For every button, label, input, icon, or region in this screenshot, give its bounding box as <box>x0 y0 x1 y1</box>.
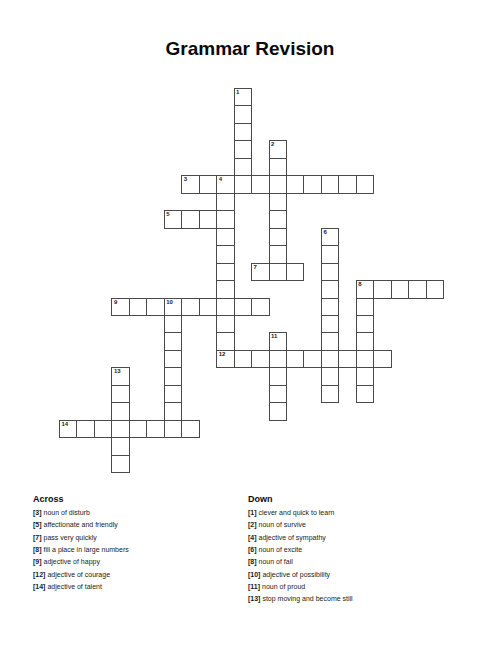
grid-cell-r19c0[interactable]: 14 <box>59 420 77 438</box>
crossword-grid: 1234567891011121314 <box>59 88 445 474</box>
grid-cell-r14c9[interactable] <box>216 332 234 350</box>
clue-number-10: 10 <box>166 299 173 306</box>
grid-cell-r7c6[interactable]: 5 <box>164 210 182 228</box>
worksheet-page: Grammar Revision 1234567891011121314 Acr… <box>0 0 500 647</box>
grid-cell-r12c3[interactable]: 9 <box>111 298 129 316</box>
grid-cell-r12c15[interactable] <box>321 298 339 316</box>
grid-cell-r12c5[interactable] <box>146 298 164 316</box>
grid-cell-r12c7[interactable] <box>181 298 199 316</box>
grid-cell-r10c9[interactable] <box>216 263 234 281</box>
grid-cell-r16c12[interactable] <box>269 367 287 385</box>
clue-number-label: [6] <box>248 546 257 553</box>
grid-cell-r5c15[interactable] <box>321 175 339 193</box>
grid-cell-r13c15[interactable] <box>321 315 339 333</box>
grid-cell-r17c17[interactable] <box>356 385 374 403</box>
grid-cell-r2c10[interactable] <box>234 123 252 141</box>
clue-number-5: 5 <box>166 211 169 218</box>
grid-cell-r3c10[interactable] <box>234 140 252 158</box>
clue-number-13: 13 <box>114 368 121 375</box>
grid-cell-r18c12[interactable] <box>269 402 287 420</box>
grid-cell-r12c9[interactable] <box>216 298 234 316</box>
clue-number-label: [12] <box>33 571 45 578</box>
clue-number-8: 8 <box>358 281 361 288</box>
clue-number-label: [5] <box>33 521 42 528</box>
grid-cell-r1c10[interactable] <box>234 105 252 123</box>
grid-cell-r12c17[interactable] <box>356 298 374 316</box>
grid-cell-r6c12[interactable] <box>269 193 287 211</box>
clue-number-label: [3] <box>33 509 42 516</box>
grid-cell-r15c12[interactable] <box>269 350 287 368</box>
grid-cell-r15c16[interactable] <box>338 350 356 368</box>
grid-cell-r13c9[interactable] <box>216 315 234 333</box>
down-clues-section: Down [1] clever and quick to learn[2] no… <box>248 494 463 606</box>
grid-cell-r7c7[interactable] <box>181 210 199 228</box>
grid-cell-r0c10[interactable]: 1 <box>234 88 252 106</box>
clue-across-8: [8] fill a place in large numbers <box>33 544 248 556</box>
grid-cell-r15c15[interactable] <box>321 350 339 368</box>
clue-number-4: 4 <box>219 176 222 183</box>
grid-cell-r5c7[interactable]: 3 <box>181 175 199 193</box>
clue-across-9: [9] adjective of happy <box>33 556 248 568</box>
clue-number-14: 14 <box>62 421 69 428</box>
grid-cell-r19c2[interactable] <box>94 420 112 438</box>
clue-number-2: 2 <box>271 141 274 148</box>
grid-cell-r4c10[interactable] <box>234 158 252 176</box>
grid-cell-r5c11[interactable] <box>251 175 269 193</box>
clue-number-11: 11 <box>271 333 277 340</box>
clue-number-1: 1 <box>236 89 239 96</box>
grid-cell-r17c12[interactable] <box>269 385 287 403</box>
grid-cell-r10c13[interactable] <box>286 263 304 281</box>
grid-cell-r5c12[interactable] <box>269 175 287 193</box>
clue-across-7: [7] pass very quickly <box>33 532 248 544</box>
grid-cell-r18c3[interactable] <box>111 402 129 420</box>
clue-number-label: [8] <box>248 558 257 565</box>
grid-cell-r8c9[interactable] <box>216 228 234 246</box>
clue-down-13: [13] stop moving and become still <box>248 593 463 605</box>
clue-down-1: [1] clever and quick to learn <box>248 507 463 519</box>
across-clue-list: [3] noun of disturb[5] affectionate and … <box>33 507 248 593</box>
grid-cell-r11c9[interactable] <box>216 280 234 298</box>
grid-cell-r5c8[interactable] <box>199 175 217 193</box>
clue-number-9: 9 <box>114 299 117 306</box>
clue-down-4: [4] adjective of sympathy <box>248 532 463 544</box>
across-header: Across <box>33 494 248 504</box>
grid-cell-r11c20[interactable] <box>408 280 426 298</box>
grid-cell-r5c14[interactable] <box>303 175 321 193</box>
grid-cell-r3c12[interactable]: 2 <box>269 140 287 158</box>
grid-cell-r5c17[interactable] <box>356 175 374 193</box>
grid-cell-r7c12[interactable] <box>269 210 287 228</box>
clue-number-label: [13] <box>248 595 260 602</box>
grid-cell-r12c11[interactable] <box>251 298 269 316</box>
clue-number-label: [14] <box>33 583 45 590</box>
down-header: Down <box>248 494 463 504</box>
grid-cell-r14c12[interactable]: 11 <box>269 332 287 350</box>
grid-cell-r20c3[interactable] <box>111 437 129 455</box>
clue-number-label: [1] <box>248 509 257 516</box>
clue-number-label: [8] <box>33 546 42 553</box>
grid-cell-r10c12[interactable] <box>269 263 287 281</box>
grid-cell-r15c14[interactable] <box>303 350 321 368</box>
grid-cell-r17c6[interactable] <box>164 385 182 403</box>
grid-cell-r5c9[interactable]: 4 <box>216 175 234 193</box>
grid-cell-r9c12[interactable] <box>269 245 287 263</box>
grid-cell-r19c7[interactable] <box>181 420 199 438</box>
clue-number-7: 7 <box>254 264 257 271</box>
down-clue-list: [1] clever and quick to learn[2] noun of… <box>248 507 463 606</box>
grid-cell-r8c12[interactable] <box>269 228 287 246</box>
clue-across-5: [5] affectionate and friendly <box>33 519 248 531</box>
grid-cell-r19c4[interactable] <box>129 420 147 438</box>
grid-cell-r19c6[interactable] <box>164 420 182 438</box>
grid-cell-r15c11[interactable] <box>251 350 269 368</box>
grid-cell-r11c19[interactable] <box>391 280 409 298</box>
clue-number-label: [10] <box>248 571 260 578</box>
grid-cell-r13c17[interactable] <box>356 315 374 333</box>
clue-number-6: 6 <box>323 229 326 236</box>
grid-cell-r15c18[interactable] <box>373 350 391 368</box>
grid-cell-r16c17[interactable] <box>356 367 374 385</box>
grid-cell-r12c4[interactable] <box>129 298 147 316</box>
grid-cell-r12c8[interactable] <box>199 298 217 316</box>
grid-cell-r7c8[interactable] <box>199 210 217 228</box>
grid-cell-r7c9[interactable] <box>216 210 234 228</box>
grid-cell-r12c6[interactable]: 10 <box>164 298 182 316</box>
grid-cell-r18c6[interactable] <box>164 402 182 420</box>
grid-cell-r9c9[interactable] <box>216 245 234 263</box>
clue-number-label: [4] <box>248 534 257 541</box>
grid-cell-r11c17[interactable]: 8 <box>356 280 374 298</box>
grid-cell-r17c3[interactable] <box>111 385 129 403</box>
clue-number-3: 3 <box>184 176 187 183</box>
grid-cell-r19c5[interactable] <box>146 420 164 438</box>
grid-cell-r14c17[interactable] <box>356 332 374 350</box>
clue-number-label: [7] <box>33 534 42 541</box>
clue-down-11: [11] noun of proud <box>248 581 463 593</box>
grid-cell-r9c15[interactable] <box>321 245 339 263</box>
grid-cell-r19c3[interactable] <box>111 420 129 438</box>
grid-cell-r10c11[interactable]: 7 <box>251 263 269 281</box>
across-clues-section: Across [3] noun of disturb[5] affectiona… <box>33 494 248 593</box>
grid-cell-r10c15[interactable] <box>321 263 339 281</box>
clue-down-6: [6] noun of excite <box>248 544 463 556</box>
grid-cell-r16c6[interactable] <box>164 367 182 385</box>
clue-across-12: [12] adjective of courage <box>33 569 248 581</box>
grid-cell-r4c12[interactable] <box>269 158 287 176</box>
page-title: Grammar Revision <box>0 38 500 60</box>
grid-cell-r15c13[interactable] <box>286 350 304 368</box>
grid-cell-r16c15[interactable] <box>321 367 339 385</box>
grid-cell-r8c15[interactable]: 6 <box>321 228 339 246</box>
grid-cell-r15c17[interactable] <box>356 350 374 368</box>
grid-cell-r5c10[interactable] <box>234 175 252 193</box>
grid-cell-r15c6[interactable] <box>164 350 182 368</box>
grid-cell-r6c9[interactable] <box>216 193 234 211</box>
grid-cell-r14c15[interactable] <box>321 332 339 350</box>
clue-number-label: [11] <box>248 583 260 590</box>
clue-down-2: [2] noun of survive <box>248 519 463 531</box>
clue-number-label: [9] <box>33 558 42 565</box>
grid-cell-r17c15[interactable] <box>321 385 339 403</box>
clue-down-8: [8] noun of fail <box>248 556 463 568</box>
grid-cell-r11c18[interactable] <box>373 280 391 298</box>
grid-cell-r15c9[interactable]: 12 <box>216 350 234 368</box>
grid-cell-r11c15[interactable] <box>321 280 339 298</box>
clue-across-3: [3] noun of disturb <box>33 507 248 519</box>
grid-cell-r5c16[interactable] <box>338 175 356 193</box>
grid-cell-r21c3[interactable] <box>111 455 129 473</box>
grid-cell-r16c3[interactable]: 13 <box>111 367 129 385</box>
grid-cell-r19c1[interactable] <box>76 420 94 438</box>
clue-across-14: [14] adjective of talent <box>33 581 248 593</box>
clue-down-10: [10] adjective of possibility <box>248 569 463 581</box>
grid-cell-r11c21[interactable] <box>426 280 444 298</box>
grid-cell-r12c10[interactable] <box>234 298 252 316</box>
clue-number-12: 12 <box>219 351 226 358</box>
grid-cell-r5c13[interactable] <box>286 175 304 193</box>
clue-number-label: [2] <box>248 521 257 528</box>
grid-cell-r14c6[interactable] <box>164 332 182 350</box>
grid-cell-r13c6[interactable] <box>164 315 182 333</box>
grid-cell-r15c10[interactable] <box>234 350 252 368</box>
